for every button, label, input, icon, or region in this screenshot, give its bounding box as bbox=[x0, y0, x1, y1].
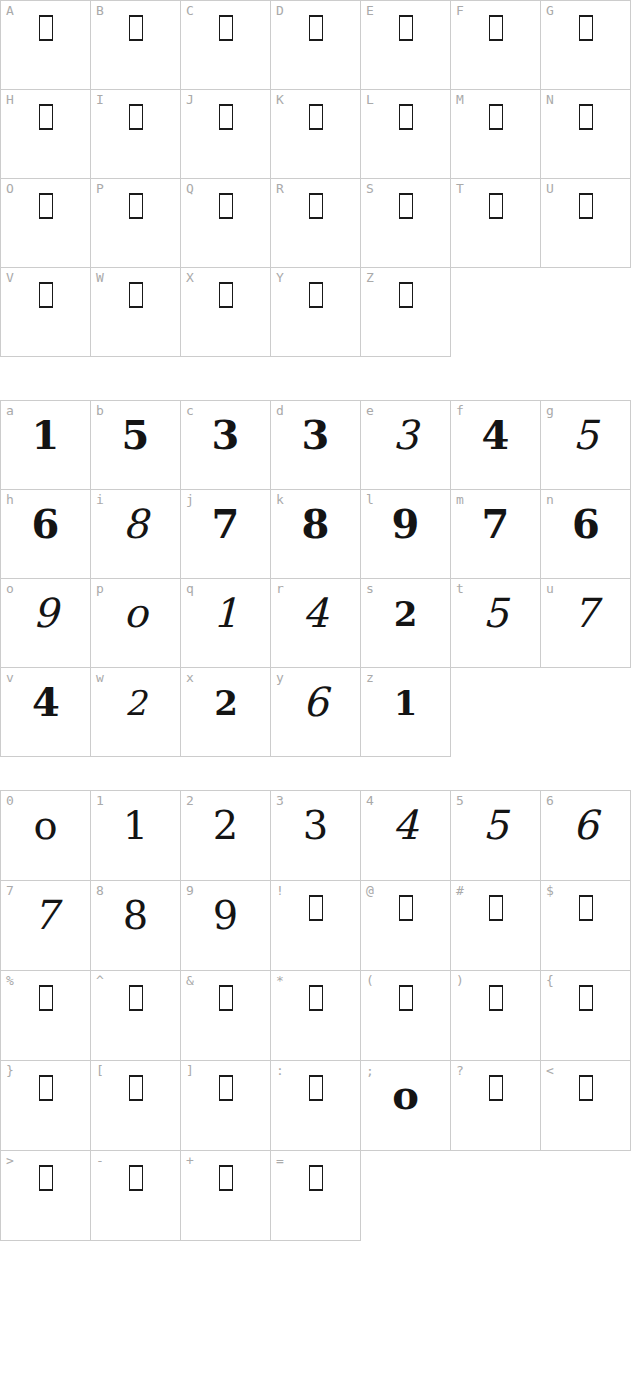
glyph-cell: # bbox=[451, 881, 541, 971]
glyph-cell: i8 bbox=[91, 490, 181, 579]
glyph-cell-label: > bbox=[6, 1154, 14, 1168]
glyph-sample: 6 bbox=[573, 805, 598, 845]
glyph-cell: V bbox=[1, 268, 91, 357]
glyph-cell-label: 5 bbox=[456, 794, 464, 808]
glyph-cell-label: s bbox=[366, 582, 374, 596]
glyph-cell-label: P bbox=[96, 182, 104, 196]
glyph-cell-label: g bbox=[546, 404, 554, 418]
glyph-sample: o bbox=[123, 593, 147, 633]
missing-glyph-box-icon bbox=[219, 104, 233, 130]
missing-glyph-box-icon bbox=[39, 15, 53, 41]
glyph-cell-label: u bbox=[546, 582, 554, 596]
glyph-cell: ? bbox=[451, 1061, 541, 1151]
missing-glyph-box-icon bbox=[129, 1075, 143, 1101]
glyph-cell: K bbox=[271, 90, 361, 179]
glyph-cell: Y bbox=[271, 268, 361, 357]
glyph-cell: D bbox=[271, 1, 361, 90]
glyph-sample: 3 bbox=[393, 415, 418, 455]
missing-glyph-box-icon bbox=[129, 282, 143, 308]
glyph-cell: + bbox=[181, 1151, 271, 1241]
glyph-cell: 88 bbox=[91, 881, 181, 971]
glyph-cell-label: ; bbox=[366, 1064, 374, 1078]
glyph-cell-label: % bbox=[6, 974, 14, 988]
missing-glyph-box-icon bbox=[579, 985, 593, 1011]
glyph-cell: & bbox=[181, 971, 271, 1061]
glyph-cell: T bbox=[451, 179, 541, 268]
glyph-cell: m7 bbox=[451, 490, 541, 579]
glyph-cell-label: M bbox=[456, 93, 464, 107]
glyph-cell: G bbox=[541, 1, 631, 90]
glyph-cell: ^ bbox=[91, 971, 181, 1061]
glyph-cell-label: o bbox=[6, 582, 14, 596]
glyph-cell-label: F bbox=[456, 4, 464, 18]
glyph-cell-label: l bbox=[366, 493, 374, 507]
glyph-cell: a1 bbox=[1, 401, 91, 490]
glyph-cell: 33 bbox=[271, 791, 361, 881]
missing-glyph-box-icon bbox=[219, 15, 233, 41]
glyph-cell-label: z bbox=[366, 671, 374, 685]
missing-glyph-box-icon bbox=[39, 985, 53, 1011]
grid-digits-and-punctuation: 0o112233445566778899!@#$%^&*(){}[]:;o?<>… bbox=[0, 790, 631, 1241]
glyph-cell-label: ? bbox=[456, 1064, 464, 1078]
glyph-cell: 66 bbox=[541, 791, 631, 881]
glyph-cell: M bbox=[451, 90, 541, 179]
glyph-cell-label: n bbox=[546, 493, 554, 507]
glyph-cell: [ bbox=[91, 1061, 181, 1151]
missing-glyph-box-icon bbox=[129, 193, 143, 219]
glyph-sample: 1 bbox=[123, 805, 148, 845]
glyph-cell-label: 4 bbox=[366, 794, 374, 808]
glyph-cell-label: a bbox=[6, 404, 14, 418]
missing-glyph-box-icon bbox=[309, 895, 323, 921]
glyph-cell: q1 bbox=[181, 579, 271, 668]
glyph-cell-label: c bbox=[186, 404, 194, 418]
glyph-cell-label: = bbox=[276, 1154, 284, 1168]
glyph-cell: n6 bbox=[541, 490, 631, 579]
glyph-cell-label: J bbox=[186, 93, 194, 107]
glyph-cell: ( bbox=[361, 971, 451, 1061]
glyph-cell-label: < bbox=[546, 1064, 554, 1078]
glyph-cell: < bbox=[541, 1061, 631, 1151]
glyph-sample: 1 bbox=[213, 593, 238, 633]
glyph-cell: s2 bbox=[361, 579, 451, 668]
glyph-cell-label: E bbox=[366, 4, 374, 18]
glyph-cell-label: ( bbox=[366, 974, 374, 988]
missing-glyph-box-icon bbox=[579, 895, 593, 921]
missing-glyph-box-icon bbox=[39, 282, 53, 308]
glyph-cell: E bbox=[361, 1, 451, 90]
glyph-cell-label: v bbox=[6, 671, 14, 685]
glyph-cell: ! bbox=[271, 881, 361, 971]
glyph-cell: @ bbox=[361, 881, 451, 971]
glyph-cell: 99 bbox=[181, 881, 271, 971]
glyph-sample: 9 bbox=[33, 593, 58, 633]
glyph-cell-label: R bbox=[276, 182, 284, 196]
glyph-cell-label: K bbox=[276, 93, 284, 107]
glyph-sample: 8 bbox=[123, 504, 148, 544]
missing-glyph-box-icon bbox=[579, 104, 593, 130]
glyph-cell-label: A bbox=[6, 4, 14, 18]
glyph-sample: 5 bbox=[483, 805, 508, 845]
glyph-cell: g5 bbox=[541, 401, 631, 490]
glyph-cell-label: + bbox=[186, 1154, 194, 1168]
glyph-cell: O bbox=[1, 179, 91, 268]
glyph-cell-label: p bbox=[96, 582, 104, 596]
glyph-cell: po bbox=[91, 579, 181, 668]
glyph-sample: 4 bbox=[393, 805, 418, 845]
glyph-cell-label: @ bbox=[366, 884, 374, 898]
glyph-cell: r4 bbox=[271, 579, 361, 668]
glyph-cell-label: q bbox=[186, 582, 194, 596]
glyph-sample: 4 bbox=[32, 682, 59, 722]
missing-glyph-box-icon bbox=[399, 15, 413, 41]
glyph-cell: Z bbox=[361, 268, 451, 357]
glyph-cell: x2 bbox=[181, 668, 271, 757]
glyph-sample: 9 bbox=[213, 895, 238, 935]
glyph-cell: I bbox=[91, 90, 181, 179]
glyph-cell-label: ] bbox=[186, 1064, 194, 1078]
glyph-sample: 7 bbox=[212, 504, 240, 544]
glyph-cell-label: 1 bbox=[96, 794, 104, 808]
glyph-cell-label: X bbox=[186, 271, 194, 285]
glyph-cell-label: y bbox=[276, 671, 284, 685]
missing-glyph-box-icon bbox=[309, 985, 323, 1011]
glyph-sample: 4 bbox=[303, 593, 328, 633]
missing-glyph-box-icon bbox=[579, 193, 593, 219]
missing-glyph-box-icon bbox=[489, 15, 503, 41]
missing-glyph-box-icon bbox=[309, 1165, 323, 1191]
glyph-sample: 1 bbox=[394, 686, 418, 720]
glyph-sample: 5 bbox=[122, 415, 150, 455]
glyph-cell: : bbox=[271, 1061, 361, 1151]
glyph-cell: j7 bbox=[181, 490, 271, 579]
missing-glyph-box-icon bbox=[219, 1075, 233, 1101]
missing-glyph-box-icon bbox=[489, 1075, 503, 1101]
glyph-sample: 7 bbox=[573, 593, 598, 633]
glyph-cell-label: e bbox=[366, 404, 374, 418]
glyph-cell: B bbox=[91, 1, 181, 90]
glyph-cell: 44 bbox=[361, 791, 451, 881]
missing-glyph-box-icon bbox=[39, 1075, 53, 1101]
glyph-cell-label: 6 bbox=[546, 794, 554, 808]
glyph-cell: % bbox=[1, 971, 91, 1061]
glyph-sample: 8 bbox=[302, 504, 330, 544]
glyph-cell: v4 bbox=[1, 668, 91, 757]
glyph-cell: d3 bbox=[271, 401, 361, 490]
glyph-cell-label: L bbox=[366, 93, 374, 107]
missing-glyph-box-icon bbox=[489, 193, 503, 219]
glyph-cell-label: Y bbox=[276, 271, 284, 285]
glyph-cell-label: - bbox=[96, 1154, 104, 1168]
missing-glyph-box-icon bbox=[219, 193, 233, 219]
glyph-cell-label: S bbox=[366, 182, 374, 196]
missing-glyph-box-icon bbox=[219, 1165, 233, 1191]
glyph-cell-label: k bbox=[276, 493, 284, 507]
glyph-cell-label: Z bbox=[366, 271, 374, 285]
glyph-cell-label: H bbox=[6, 93, 14, 107]
glyph-sample: 1 bbox=[32, 415, 60, 455]
glyph-cell: X bbox=[181, 268, 271, 357]
glyph-cell: u7 bbox=[541, 579, 631, 668]
glyph-cell: L bbox=[361, 90, 451, 179]
glyph-cell-label: T bbox=[456, 182, 464, 196]
glyph-sample: 2 bbox=[394, 597, 418, 631]
glyph-cell: J bbox=[181, 90, 271, 179]
glyph-sample: 2 bbox=[125, 686, 147, 720]
missing-glyph-box-icon bbox=[399, 282, 413, 308]
glyph-sample: 5 bbox=[483, 593, 508, 633]
glyph-cell: 11 bbox=[91, 791, 181, 881]
glyph-cell-label: [ bbox=[96, 1064, 104, 1078]
glyph-cell: S bbox=[361, 179, 451, 268]
missing-glyph-box-icon bbox=[399, 193, 413, 219]
glyph-sample: 5 bbox=[573, 415, 598, 455]
glyph-sample: 9 bbox=[392, 504, 420, 544]
glyph-cell: A bbox=[1, 1, 91, 90]
glyph-sample: 7 bbox=[33, 895, 58, 935]
missing-glyph-box-icon bbox=[399, 985, 413, 1011]
glyph-cell: Q bbox=[181, 179, 271, 268]
glyph-cell: ] bbox=[181, 1061, 271, 1151]
glyph-cell-label: O bbox=[6, 182, 14, 196]
glyph-cell-label: m bbox=[456, 493, 464, 507]
glyph-cell: c3 bbox=[181, 401, 271, 490]
glyph-cell: } bbox=[1, 1061, 91, 1151]
glyph-sample: 2 bbox=[213, 805, 238, 845]
glyph-cell: l9 bbox=[361, 490, 451, 579]
glyph-cell: H bbox=[1, 90, 91, 179]
glyph-sample: 3 bbox=[302, 415, 330, 455]
glyph-cell-label: # bbox=[456, 884, 464, 898]
glyph-cell-label: 7 bbox=[6, 884, 14, 898]
glyph-cell-label: x bbox=[186, 671, 194, 685]
glyph-cell-label: B bbox=[96, 4, 104, 18]
glyph-sample: 3 bbox=[212, 415, 240, 455]
glyph-cell: o9 bbox=[1, 579, 91, 668]
missing-glyph-box-icon bbox=[399, 104, 413, 130]
glyph-cell: 77 bbox=[1, 881, 91, 971]
glyph-cell: 55 bbox=[451, 791, 541, 881]
grid-uppercase-letters: ABCDEFGHIJKLMNOPQRSTUVWXYZ bbox=[0, 0, 631, 357]
glyph-cell: b5 bbox=[91, 401, 181, 490]
glyph-cell-label: } bbox=[6, 1064, 14, 1078]
missing-glyph-box-icon bbox=[39, 1165, 53, 1191]
missing-glyph-box-icon bbox=[489, 985, 503, 1011]
glyph-cell-label: I bbox=[96, 93, 104, 107]
glyph-cell: ;o bbox=[361, 1061, 451, 1151]
glyph-cell-label: ! bbox=[276, 884, 284, 898]
glyph-cell: k8 bbox=[271, 490, 361, 579]
missing-glyph-box-icon bbox=[129, 104, 143, 130]
glyph-cell-label: 8 bbox=[96, 884, 104, 898]
glyph-cell-label: r bbox=[276, 582, 284, 596]
glyph-cell-label: C bbox=[186, 4, 194, 18]
glyph-cell-label: V bbox=[6, 271, 14, 285]
missing-glyph-box-icon bbox=[219, 282, 233, 308]
glyph-cell-label: ) bbox=[456, 974, 464, 988]
glyph-sample: 4 bbox=[482, 415, 510, 455]
missing-glyph-box-icon bbox=[489, 895, 503, 921]
glyph-sample: 8 bbox=[123, 895, 148, 935]
glyph-cell: { bbox=[541, 971, 631, 1061]
glyph-cell-label: 3 bbox=[276, 794, 284, 808]
missing-glyph-box-icon bbox=[129, 985, 143, 1011]
glyph-cell: y6 bbox=[271, 668, 361, 757]
missing-glyph-box-icon bbox=[489, 104, 503, 130]
glyph-cell-label: ^ bbox=[96, 974, 104, 988]
glyph-cell: N bbox=[541, 90, 631, 179]
missing-glyph-box-icon bbox=[39, 193, 53, 219]
glyph-cell-label: i bbox=[96, 493, 104, 507]
glyph-cell: R bbox=[271, 179, 361, 268]
glyph-sample: 2 bbox=[214, 686, 237, 720]
glyph-cell: = bbox=[271, 1151, 361, 1241]
glyph-sample: 3 bbox=[303, 805, 328, 845]
glyph-cell-label: w bbox=[96, 671, 104, 685]
glyph-sample: 6 bbox=[572, 504, 599, 544]
missing-glyph-box-icon bbox=[579, 15, 593, 41]
character-map: ABCDEFGHIJKLMNOPQRSTUVWXYZa1b5c3d3e3f4g5… bbox=[0, 0, 640, 1241]
glyph-sample: 6 bbox=[303, 682, 328, 722]
glyph-cell-label: { bbox=[546, 974, 554, 988]
glyph-cell: t5 bbox=[451, 579, 541, 668]
missing-glyph-box-icon bbox=[219, 985, 233, 1011]
missing-glyph-box-icon bbox=[309, 193, 323, 219]
glyph-cell-label: d bbox=[276, 404, 284, 418]
glyph-cell: h6 bbox=[1, 490, 91, 579]
glyph-sample: 6 bbox=[32, 504, 60, 544]
missing-glyph-box-icon bbox=[309, 1075, 323, 1101]
glyph-cell: * bbox=[271, 971, 361, 1061]
glyph-cell-label: t bbox=[456, 582, 464, 596]
missing-glyph-box-icon bbox=[129, 15, 143, 41]
glyph-sample: o bbox=[33, 805, 57, 845]
glyph-cell-label: 0 bbox=[6, 794, 14, 808]
missing-glyph-box-icon bbox=[309, 104, 323, 130]
missing-glyph-box-icon bbox=[579, 1075, 593, 1101]
missing-glyph-box-icon bbox=[129, 1165, 143, 1191]
glyph-cell: 0o bbox=[1, 791, 91, 881]
grid-lowercase-letters: a1b5c3d3e3f4g5h6i8j7k8l9m7n6o9poq1r4s2t5… bbox=[0, 400, 631, 757]
glyph-cell: P bbox=[91, 179, 181, 268]
glyph-cell-label: b bbox=[96, 404, 104, 418]
glyph-cell: W bbox=[91, 268, 181, 357]
missing-glyph-box-icon bbox=[309, 15, 323, 41]
missing-glyph-box-icon bbox=[309, 282, 323, 308]
glyph-cell-label: & bbox=[186, 974, 194, 988]
glyph-cell: z1 bbox=[361, 668, 451, 757]
glyph-cell-label: U bbox=[546, 182, 554, 196]
glyph-cell: w2 bbox=[91, 668, 181, 757]
missing-glyph-box-icon bbox=[399, 895, 413, 921]
glyph-cell-label: h bbox=[6, 493, 14, 507]
glyph-cell-label: : bbox=[276, 1064, 284, 1078]
glyph-cell-label: 9 bbox=[186, 884, 194, 898]
glyph-cell: $ bbox=[541, 881, 631, 971]
glyph-cell-label: W bbox=[96, 271, 104, 285]
glyph-cell: C bbox=[181, 1, 271, 90]
glyph-cell-label: * bbox=[276, 974, 284, 988]
glyph-cell-label: Q bbox=[186, 182, 194, 196]
glyph-sample: 7 bbox=[482, 504, 510, 544]
glyph-cell-label: f bbox=[456, 404, 464, 418]
glyph-cell-label: 2 bbox=[186, 794, 194, 808]
glyph-sample: o bbox=[392, 1075, 419, 1115]
glyph-cell-label: G bbox=[546, 4, 554, 18]
glyph-cell-label: N bbox=[546, 93, 554, 107]
glyph-cell: f4 bbox=[451, 401, 541, 490]
glyph-cell: 22 bbox=[181, 791, 271, 881]
glyph-cell: ) bbox=[451, 971, 541, 1061]
glyph-cell-label: D bbox=[276, 4, 284, 18]
glyph-cell: U bbox=[541, 179, 631, 268]
glyph-cell-label: $ bbox=[546, 884, 554, 898]
glyph-cell: F bbox=[451, 1, 541, 90]
glyph-cell-label: j bbox=[186, 493, 194, 507]
missing-glyph-box-icon bbox=[39, 104, 53, 130]
glyph-cell: > bbox=[1, 1151, 91, 1241]
glyph-cell: - bbox=[91, 1151, 181, 1241]
glyph-cell: e3 bbox=[361, 401, 451, 490]
